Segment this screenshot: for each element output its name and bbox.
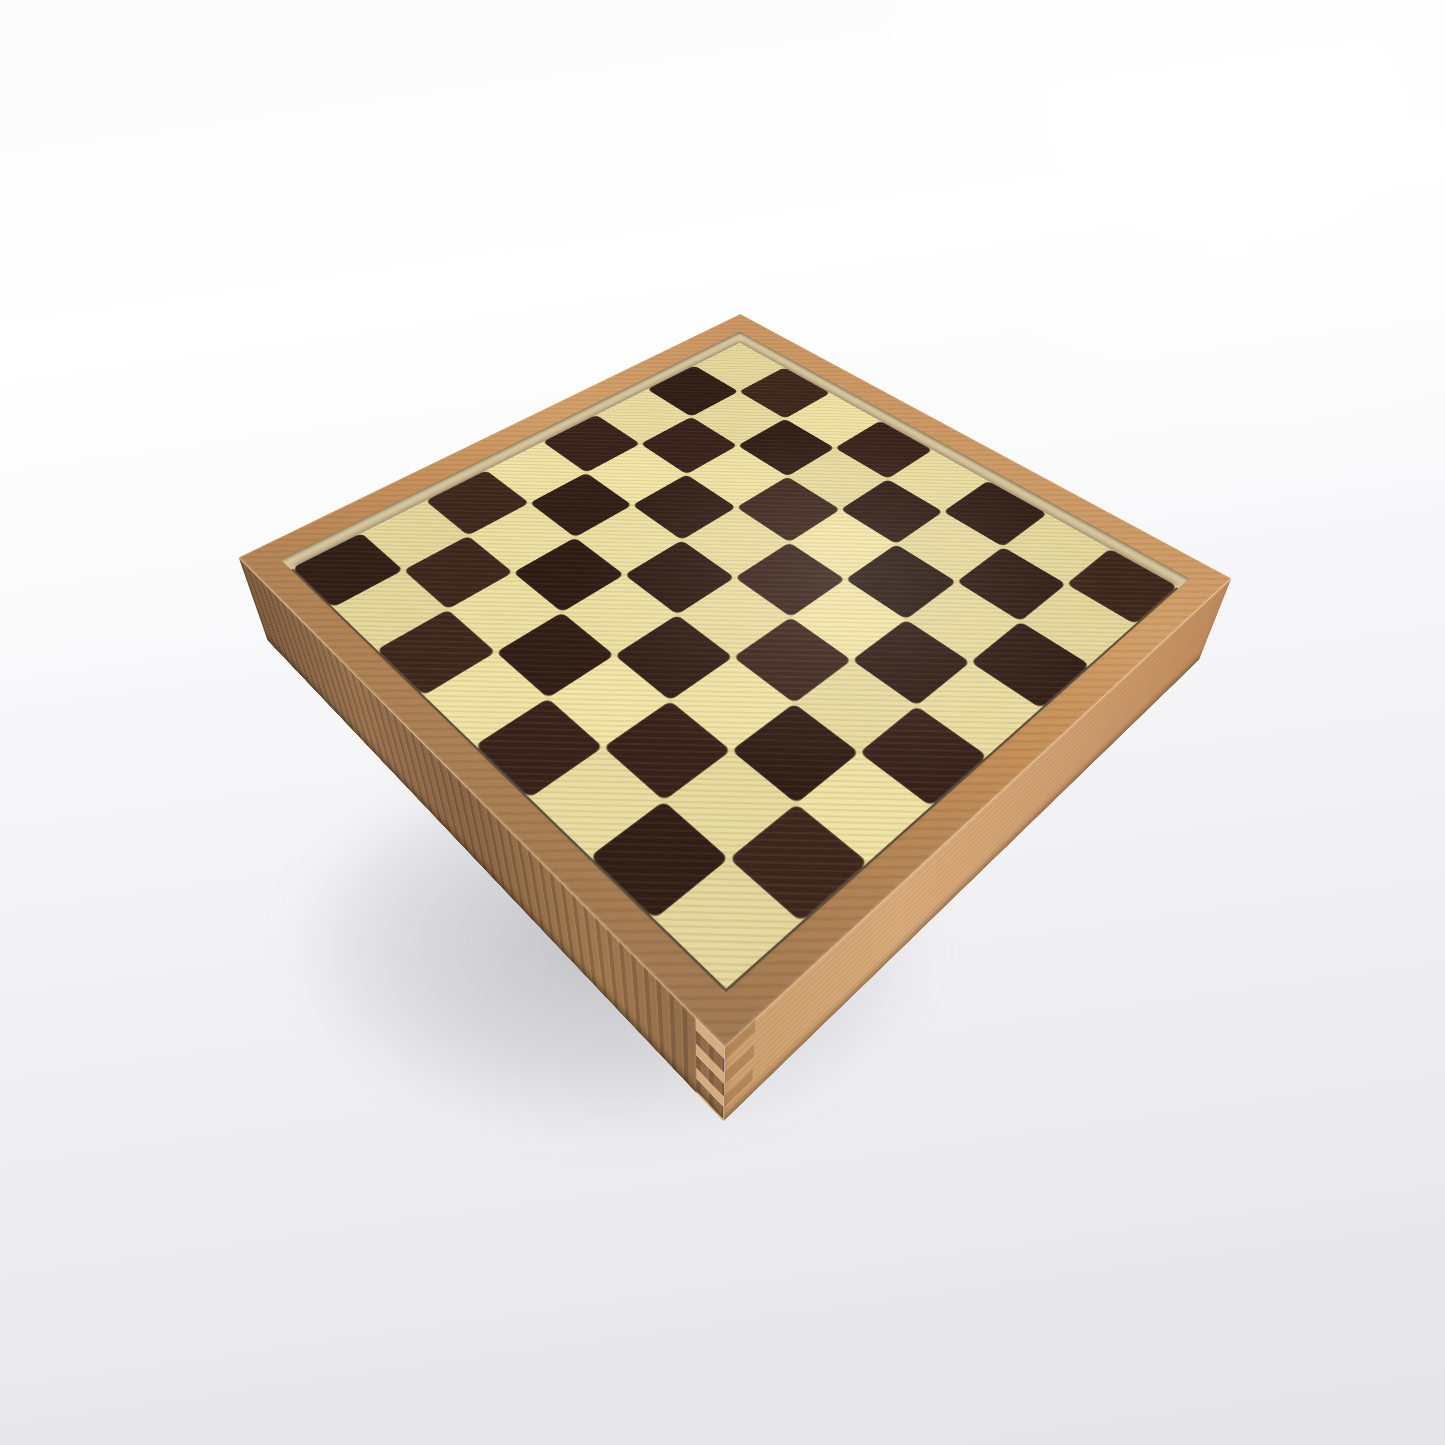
cell-r8c3[interactable] <box>377 610 496 696</box>
cell-r8c7[interactable] <box>590 801 729 919</box>
cell-r7c7[interactable] <box>663 750 797 859</box>
cell-r4c8[interactable] <box>917 662 1040 755</box>
cell-r6c8[interactable] <box>797 753 931 862</box>
cell-r4c6[interactable] <box>791 579 906 659</box>
cell-r3c7[interactable] <box>906 582 1021 663</box>
scene-3d <box>377 210 1094 927</box>
cell-r7c3[interactable] <box>447 572 562 652</box>
cell-r7c8[interactable] <box>729 804 868 923</box>
cell-r5c8[interactable] <box>859 706 987 807</box>
cell-r7c6[interactable] <box>603 701 731 801</box>
cell-r6c4[interactable] <box>562 575 677 655</box>
cell-r8c5[interactable] <box>475 698 603 798</box>
cell-r8c8[interactable] <box>655 859 801 989</box>
cell-r5c6[interactable] <box>733 617 852 703</box>
cell-r8c2[interactable] <box>333 570 448 650</box>
cell-r7c4[interactable] <box>495 612 614 698</box>
chessboard <box>292 343 1177 989</box>
cell-r7c5[interactable] <box>547 655 670 748</box>
cell-r2c8[interactable] <box>1021 584 1136 665</box>
cell-r8c6[interactable] <box>530 747 664 856</box>
cell-r4c7[interactable] <box>852 619 971 705</box>
cell-r8c4[interactable] <box>424 652 547 745</box>
cell-r6c5[interactable] <box>614 615 733 701</box>
cell-r6c7[interactable] <box>731 703 859 804</box>
cell-r6c6[interactable] <box>671 657 794 750</box>
photo-background <box>0 0 1445 1445</box>
cell-r5c7[interactable] <box>794 660 917 753</box>
cell-r3c8[interactable] <box>971 622 1090 709</box>
cell-r5c5[interactable] <box>677 577 792 657</box>
